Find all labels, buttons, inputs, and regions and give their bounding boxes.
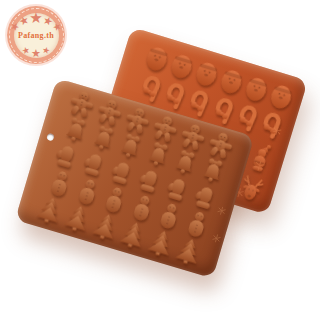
star-icon: ★	[21, 46, 31, 56]
star-icon: ★	[31, 48, 41, 59]
brand-badge: ★★★★★★★★ Pafang.th	[7, 6, 65, 64]
badge-text: Pafang.th	[7, 31, 65, 40]
product-photo: ★★★★★★★★ Pafang.th	[0, 0, 320, 320]
